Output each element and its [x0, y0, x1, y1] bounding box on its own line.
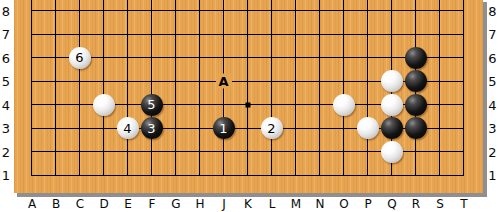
stone-black-R6[interactable]	[405, 47, 427, 69]
stone-black-J3-move-1[interactable]: 1	[213, 117, 235, 139]
grid-vline-T	[463, 0, 464, 176]
stone-black-F3-move-3[interactable]: 3	[141, 117, 163, 139]
grid-vline-P	[367, 0, 368, 176]
stone-black-R4[interactable]	[405, 94, 427, 116]
stone-white-C6-move-6[interactable]: 6	[69, 47, 91, 69]
grid-vline-K	[247, 0, 248, 176]
grid-hline-6	[31, 57, 464, 58]
row-label-left-7: 7	[2, 28, 10, 41]
grid-vline-C	[79, 0, 80, 176]
stone-white-D4[interactable]	[93, 94, 115, 116]
row-label-right-5: 5	[488, 75, 496, 88]
row-label-right-4: 4	[488, 98, 496, 111]
board-shadow-right	[483, 2, 487, 197]
grid-vline-M	[295, 0, 296, 176]
stone-white-P3[interactable]	[357, 117, 379, 139]
col-label-M: M	[291, 197, 301, 210]
grid-vline-L	[271, 0, 272, 176]
col-label-S: S	[436, 197, 444, 210]
grid-hline-1	[31, 175, 464, 176]
grid-vline-O	[343, 0, 344, 176]
row-label-left-4: 4	[2, 98, 10, 111]
grid-vline-E	[127, 0, 128, 176]
col-label-F: F	[149, 197, 156, 210]
mark-A-J5: A	[215, 74, 231, 89]
col-label-N: N	[316, 197, 325, 210]
row-label-right-6: 6	[488, 51, 496, 64]
stone-white-O4[interactable]	[333, 94, 355, 116]
col-label-E: E	[124, 197, 132, 210]
col-label-R: R	[412, 197, 420, 210]
col-label-Q: Q	[387, 197, 396, 210]
col-label-D: D	[99, 197, 108, 210]
stone-white-Q2[interactable]	[381, 141, 403, 163]
stone-white-Q5[interactable]	[381, 70, 403, 92]
stone-white-E3-move-4[interactable]: 4	[117, 117, 139, 139]
row-label-left-6: 6	[2, 51, 10, 64]
col-label-C: C	[76, 197, 84, 210]
col-label-A: A	[28, 197, 36, 210]
row-label-right-3: 3	[488, 122, 496, 135]
col-label-J: J	[222, 197, 226, 210]
stone-black-R3[interactable]	[405, 117, 427, 139]
stone-white-L3-move-2[interactable]: 2	[261, 117, 283, 139]
row-label-left-2: 2	[2, 145, 10, 158]
row-label-left-8: 8	[2, 4, 10, 17]
stone-white-Q4[interactable]	[381, 94, 403, 116]
row-label-right-8: 8	[488, 4, 496, 17]
grid-vline-F	[151, 0, 152, 176]
col-label-O: O	[339, 197, 348, 210]
row-label-left-3: 3	[2, 122, 10, 135]
col-label-H: H	[195, 197, 204, 210]
grid-vline-G	[175, 0, 176, 176]
row-label-left-5: 5	[2, 75, 10, 88]
col-label-G: G	[171, 197, 180, 210]
col-label-L: L	[269, 197, 276, 210]
row-label-left-1: 1	[2, 169, 10, 182]
col-label-B: B	[52, 197, 60, 210]
grid-hline-7	[31, 34, 464, 35]
grid-vline-A	[31, 0, 32, 176]
grid-vline-H	[199, 0, 200, 176]
row-label-right-2: 2	[488, 145, 496, 158]
stone-black-Q3[interactable]	[381, 117, 403, 139]
stone-black-F4-move-5[interactable]: 5	[141, 94, 163, 116]
go-board-diagram[interactable]: 8877665544332211ABCDEFGHJKLMNOPQRST 6453…	[0, 0, 500, 212]
star-point-K4	[245, 102, 250, 107]
stone-black-R5[interactable]	[405, 70, 427, 92]
row-label-right-7: 7	[488, 28, 496, 41]
grid-vline-S	[439, 0, 440, 176]
row-label-right-1: 1	[488, 169, 496, 182]
col-label-P: P	[364, 197, 371, 210]
grid-vline-N	[319, 0, 320, 176]
col-label-T: T	[460, 197, 467, 210]
grid-vline-D	[103, 0, 104, 176]
grid-hline-8	[31, 10, 464, 11]
col-label-K: K	[244, 197, 252, 210]
grid-vline-B	[55, 0, 56, 176]
